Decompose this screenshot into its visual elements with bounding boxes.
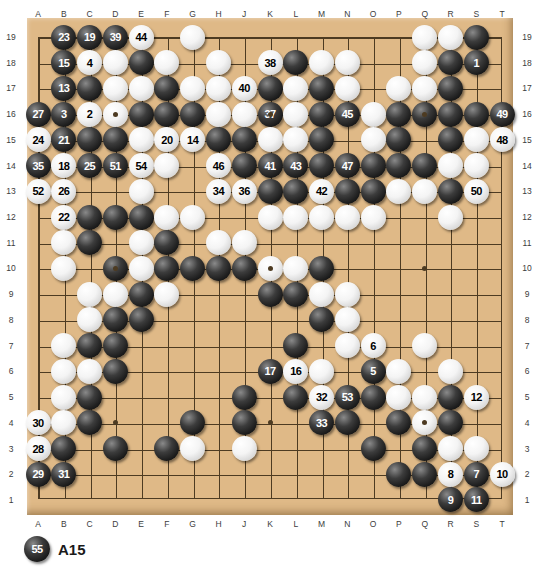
row-label-left-8: 8 <box>2 315 20 325</box>
row-label-right-18: 18 <box>518 58 536 68</box>
stone-J4-black <box>232 410 257 435</box>
stone-B19-black-move-23: 23 <box>51 25 76 50</box>
col-label-bottom-L: L <box>288 519 304 529</box>
star-point-K10 <box>268 266 273 271</box>
stone-O7-white-move-6: 6 <box>361 333 386 358</box>
row-label-left-12: 12 <box>2 212 20 222</box>
stone-R6-white <box>438 359 463 384</box>
stone-E13-white <box>129 179 154 204</box>
stone-O6-black-move-5: 5 <box>361 359 386 384</box>
stone-B2-black-move-31: 31 <box>51 462 76 487</box>
col-label-bottom-G: G <box>185 519 201 529</box>
stone-S5-white-move-12: 12 <box>464 385 489 410</box>
row-label-left-9: 9 <box>2 289 20 299</box>
stone-O15-white <box>361 127 386 152</box>
stone-H14-white-move-46: 46 <box>206 153 231 178</box>
col-label-bottom-B: B <box>56 519 72 529</box>
stone-R12-white <box>438 205 463 230</box>
stone-A16-black-move-27: 27 <box>26 102 51 127</box>
stone-E18-black <box>129 50 154 75</box>
stone-L12-white <box>283 205 308 230</box>
col-label-top-K: K <box>262 9 278 19</box>
stone-S19-black <box>464 25 489 50</box>
col-label-top-N: N <box>339 9 355 19</box>
col-label-top-Q: Q <box>417 9 433 19</box>
row-label-left-2: 2 <box>2 469 20 479</box>
stone-C12-black <box>77 205 102 230</box>
stone-O16-white <box>361 102 386 127</box>
stone-E12-black <box>129 205 154 230</box>
col-label-bottom-D: D <box>107 519 123 529</box>
star-point-D10 <box>113 266 118 271</box>
col-label-bottom-K: K <box>262 519 278 529</box>
stone-S2-black-move-7: 7 <box>464 462 489 487</box>
stone-M10-black <box>309 256 334 281</box>
col-label-bottom-T: T <box>494 519 510 529</box>
stone-E17-white <box>129 76 154 101</box>
caption-move-coordinate: A15 <box>58 541 86 558</box>
col-label-bottom-E: E <box>133 519 149 529</box>
last-move-caption: 55 A15 <box>24 536 86 562</box>
row-label-left-11: 11 <box>2 238 20 248</box>
stone-K17-black <box>258 76 283 101</box>
stone-O13-black <box>361 179 386 204</box>
row-label-right-15: 15 <box>518 135 536 145</box>
col-label-top-J: J <box>236 9 252 19</box>
col-label-top-L: L <box>288 9 304 19</box>
stone-G12-white <box>180 205 205 230</box>
stone-H18-white <box>206 50 231 75</box>
col-label-bottom-A: A <box>30 519 46 529</box>
stone-E8-black <box>129 307 154 332</box>
col-label-top-B: B <box>56 9 72 19</box>
stone-A15-white-move-24: 24 <box>26 127 51 152</box>
stone-P16-black <box>386 102 411 127</box>
stone-D12-black <box>103 205 128 230</box>
stone-G10-black <box>180 256 205 281</box>
stone-D14-black-move-51: 51 <box>103 153 128 178</box>
stone-E19-white-move-44: 44 <box>129 25 154 50</box>
stone-M5-white-move-32: 32 <box>309 385 334 410</box>
stone-T15-white-move-48: 48 <box>490 127 515 152</box>
stone-N4-black <box>335 410 360 435</box>
row-label-left-17: 17 <box>2 83 20 93</box>
col-label-bottom-O: O <box>365 519 381 529</box>
stone-D19-black-move-39: 39 <box>103 25 128 50</box>
stone-R2-white-move-8: 8 <box>438 462 463 487</box>
stone-T16-black-move-49: 49 <box>490 102 515 127</box>
stone-E10-white <box>129 256 154 281</box>
stone-H10-black <box>206 256 231 281</box>
row-label-right-2: 2 <box>518 469 536 479</box>
stone-D3-black <box>103 436 128 461</box>
caption-move-stone: 55 <box>24 536 50 562</box>
stone-J3-white <box>232 436 257 461</box>
stone-M14-black <box>309 153 334 178</box>
stone-N13-black <box>335 179 360 204</box>
stone-A3-white-move-28: 28 <box>26 436 51 461</box>
row-label-left-16: 16 <box>2 109 20 119</box>
row-label-left-6: 6 <box>2 366 20 376</box>
stone-H16-white <box>206 102 231 127</box>
stone-S16-black <box>464 102 489 127</box>
row-label-left-15: 15 <box>2 135 20 145</box>
stone-C9-white <box>77 282 102 307</box>
stone-K15-white <box>258 127 283 152</box>
row-label-right-9: 9 <box>518 289 536 299</box>
stone-A4-white-move-30: 30 <box>26 410 51 435</box>
stone-J10-black <box>232 256 257 281</box>
stone-J13-white-move-36: 36 <box>232 179 257 204</box>
col-label-top-H: H <box>210 9 226 19</box>
stone-P5-white <box>386 385 411 410</box>
stone-T2-white-move-10: 10 <box>490 462 515 487</box>
stone-K18-white-move-38: 38 <box>258 50 283 75</box>
col-label-top-E: E <box>133 9 149 19</box>
stone-C5-black <box>77 385 102 410</box>
stone-A14-black-move-35: 35 <box>26 153 51 178</box>
stone-S3-white <box>464 436 489 461</box>
stone-M17-black <box>309 76 334 101</box>
stone-S14-white <box>464 153 489 178</box>
row-label-left-18: 18 <box>2 58 20 68</box>
stone-S15-white <box>464 127 489 152</box>
row-label-left-13: 13 <box>2 186 20 196</box>
row-label-right-19: 19 <box>518 32 536 42</box>
stone-N7-white <box>335 333 360 358</box>
stone-Q2-black <box>412 462 437 487</box>
stone-A2-black-move-29: 29 <box>26 462 51 487</box>
row-label-right-16: 16 <box>518 109 536 119</box>
stone-C7-black <box>77 333 102 358</box>
col-label-bottom-M: M <box>314 519 330 529</box>
stone-K6-black-move-17: 17 <box>258 359 283 384</box>
stone-F16-black <box>154 102 179 127</box>
row-label-left-19: 19 <box>2 32 20 42</box>
stone-Q19-white <box>412 25 437 50</box>
row-label-right-17: 17 <box>518 83 536 93</box>
stone-J15-black <box>232 127 257 152</box>
stone-N17-white <box>335 76 360 101</box>
stone-B12-white-move-22: 22 <box>51 205 76 230</box>
stone-O14-black <box>361 153 386 178</box>
row-label-right-10: 10 <box>518 263 536 273</box>
stone-P2-black <box>386 462 411 487</box>
stone-G17-white <box>180 76 205 101</box>
stone-A13-white-move-52: 52 <box>26 179 51 204</box>
stone-C6-white <box>77 359 102 384</box>
stone-N5-black-move-53: 53 <box>335 385 360 410</box>
col-label-top-F: F <box>159 9 175 19</box>
stone-L5-black <box>283 385 308 410</box>
stone-N12-white <box>335 205 360 230</box>
stone-J5-black <box>232 385 257 410</box>
stone-K14-black-move-41: 41 <box>258 153 283 178</box>
stone-S13-white-move-50: 50 <box>464 179 489 204</box>
col-label-bottom-J: J <box>236 519 252 529</box>
stone-D17-white <box>103 76 128 101</box>
stone-K9-black <box>258 282 283 307</box>
stone-N9-white <box>335 282 360 307</box>
stone-M6-white <box>309 359 334 384</box>
col-label-bottom-R: R <box>442 519 458 529</box>
stone-O12-white <box>361 205 386 230</box>
stone-K13-black <box>258 179 283 204</box>
stone-D6-black <box>103 359 128 384</box>
col-label-bottom-P: P <box>391 519 407 529</box>
row-label-right-14: 14 <box>518 161 536 171</box>
col-label-bottom-C: C <box>82 519 98 529</box>
col-label-top-S: S <box>468 9 484 19</box>
row-label-right-1: 1 <box>518 495 536 505</box>
col-label-top-C: C <box>82 9 98 19</box>
row-label-right-6: 6 <box>518 366 536 376</box>
col-label-bottom-Q: Q <box>417 519 433 529</box>
col-label-top-A: A <box>30 9 46 19</box>
stone-L9-black <box>283 282 308 307</box>
row-label-right-7: 7 <box>518 341 536 351</box>
stone-L6-white-move-16: 16 <box>283 359 308 384</box>
stone-G16-black <box>180 102 205 127</box>
stone-J11-white <box>232 230 257 255</box>
stone-M13-white-move-42: 42 <box>309 179 334 204</box>
col-label-bottom-N: N <box>339 519 355 529</box>
row-label-left-5: 5 <box>2 392 20 402</box>
stone-N18-white <box>335 50 360 75</box>
stone-O3-black <box>361 436 386 461</box>
star-point-D16 <box>113 112 118 117</box>
stone-J14-black <box>232 153 257 178</box>
stone-Q5-white <box>412 385 437 410</box>
stone-C14-black-move-25: 25 <box>77 153 102 178</box>
stone-N14-black-move-47: 47 <box>335 153 360 178</box>
col-label-top-G: G <box>185 9 201 19</box>
row-label-right-4: 4 <box>518 418 536 428</box>
stone-F12-white <box>154 205 179 230</box>
stone-B5-white <box>51 385 76 410</box>
col-label-top-T: T <box>494 9 510 19</box>
col-label-top-M: M <box>314 9 330 19</box>
stone-Q17-white <box>412 76 437 101</box>
stone-O5-black <box>361 385 386 410</box>
star-point-K16 <box>268 112 273 117</box>
stone-D9-white <box>103 282 128 307</box>
row-label-right-11: 11 <box>518 238 536 248</box>
stone-H17-white <box>206 76 231 101</box>
stone-M16-black <box>309 102 334 127</box>
row-label-left-3: 3 <box>2 444 20 454</box>
stone-F9-white <box>154 282 179 307</box>
col-label-top-O: O <box>365 9 381 19</box>
row-label-right-8: 8 <box>518 315 536 325</box>
stone-L13-black <box>283 179 308 204</box>
row-label-right-12: 12 <box>518 212 536 222</box>
row-label-left-1: 1 <box>2 495 20 505</box>
stone-E16-black <box>129 102 154 127</box>
row-label-left-14: 14 <box>2 161 20 171</box>
stone-N16-black-move-45: 45 <box>335 102 360 127</box>
stone-E11-white <box>129 230 154 255</box>
stone-Q13-white <box>412 179 437 204</box>
col-label-top-R: R <box>442 9 458 19</box>
stone-J17-white-move-40: 40 <box>232 76 257 101</box>
col-label-top-P: P <box>391 9 407 19</box>
stone-M12-white <box>309 205 334 230</box>
go-diagram: AABBCCDDEEFFGGHHJJKKLLMMNNOOPPQQRRSSTT11… <box>0 0 540 577</box>
row-label-right-3: 3 <box>518 444 536 454</box>
stone-C16-white-move-2: 2 <box>77 102 102 127</box>
stone-D7-black <box>103 333 128 358</box>
row-label-left-10: 10 <box>2 263 20 273</box>
stone-R3-white <box>438 436 463 461</box>
row-label-right-13: 13 <box>518 186 536 196</box>
caption-move-number: 55 <box>31 543 42 555</box>
stone-B13-white-move-26: 26 <box>51 179 76 204</box>
star-point-K4 <box>268 420 273 425</box>
stone-G19-white <box>180 25 205 50</box>
stone-R19-white <box>438 25 463 50</box>
stone-H13-white-move-34: 34 <box>206 179 231 204</box>
row-label-left-7: 7 <box>2 341 20 351</box>
stone-E9-black <box>129 282 154 307</box>
stone-R17-black <box>438 76 463 101</box>
row-label-right-5: 5 <box>518 392 536 402</box>
stone-C17-black <box>77 76 102 101</box>
stone-M9-white <box>309 282 334 307</box>
stone-B16-black-move-3: 3 <box>51 102 76 127</box>
stone-C19-black-move-19: 19 <box>77 25 102 50</box>
col-label-bottom-F: F <box>159 519 175 529</box>
stone-R14-white <box>438 153 463 178</box>
row-label-left-4: 4 <box>2 418 20 428</box>
col-label-bottom-S: S <box>468 519 484 529</box>
stone-R16-black <box>438 102 463 127</box>
stone-D18-white <box>103 50 128 75</box>
stone-R5-black <box>438 385 463 410</box>
stone-K12-white <box>258 205 283 230</box>
stone-L16-white <box>283 102 308 127</box>
stone-R13-black <box>438 179 463 204</box>
col-label-bottom-H: H <box>210 519 226 529</box>
stone-E14-white-move-54: 54 <box>129 153 154 178</box>
stone-J16-white <box>232 102 257 127</box>
stone-E15-white <box>129 127 154 152</box>
col-label-top-D: D <box>107 9 123 19</box>
stone-B6-white <box>51 359 76 384</box>
stone-S18-black-move-1: 1 <box>464 50 489 75</box>
star-point-Q16 <box>422 112 427 117</box>
